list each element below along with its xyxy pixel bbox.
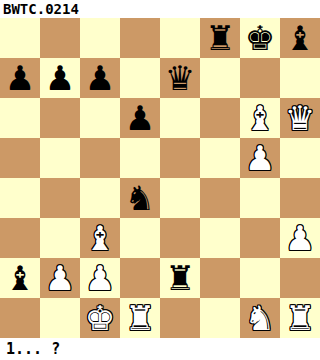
black-bishop-h8[interactable]: ♝ [285,18,315,58]
square-e5[interactable] [160,138,200,178]
square-h1[interactable]: ♜ [280,298,320,338]
square-c6[interactable] [80,98,120,138]
square-g2[interactable] [240,258,280,298]
black-pawn-b7[interactable]: ♟ [45,58,75,98]
square-a4[interactable] [0,178,40,218]
square-f6[interactable] [200,98,240,138]
white-bishop-c3[interactable]: ♝ [85,218,115,258]
white-pawn-h3[interactable]: ♟ [285,218,315,258]
square-c4[interactable] [80,178,120,218]
chess-puzzle-page: BWTC.0214 ♜♚♝♟♟♟♛♟♝♛♟♞♝♟♝♟♟♜♚♜♞♜ 1... ? [0,0,320,360]
square-a8[interactable] [0,18,40,58]
white-rook-h1[interactable]: ♜ [285,298,315,338]
square-b2[interactable]: ♟ [40,258,80,298]
title-bar: BWTC.0214 [0,0,320,18]
move-prompt: 1... ? [0,338,60,360]
white-rook-d1[interactable]: ♜ [125,298,155,338]
square-b5[interactable] [40,138,80,178]
square-e1[interactable] [160,298,200,338]
square-a7[interactable]: ♟ [0,58,40,98]
square-g7[interactable] [240,58,280,98]
square-f1[interactable] [200,298,240,338]
square-b1[interactable] [40,298,80,338]
square-b7[interactable]: ♟ [40,58,80,98]
square-c8[interactable] [80,18,120,58]
chess-board: ♜♚♝♟♟♟♛♟♝♛♟♞♝♟♝♟♟♜♚♜♞♜ [0,18,320,338]
square-d2[interactable] [120,258,160,298]
black-king-g8[interactable]: ♚ [245,18,275,58]
square-e3[interactable] [160,218,200,258]
square-g5[interactable]: ♟ [240,138,280,178]
footer-bar: 1... ? [0,338,320,360]
square-c7[interactable]: ♟ [80,58,120,98]
square-d6[interactable]: ♟ [120,98,160,138]
square-e8[interactable] [160,18,200,58]
square-d1[interactable]: ♜ [120,298,160,338]
square-c1[interactable]: ♚ [80,298,120,338]
square-a1[interactable] [0,298,40,338]
square-h2[interactable] [280,258,320,298]
black-pawn-a7[interactable]: ♟ [5,58,35,98]
black-pawn-d6[interactable]: ♟ [125,98,155,138]
square-c3[interactable]: ♝ [80,218,120,258]
square-f5[interactable] [200,138,240,178]
square-d7[interactable] [120,58,160,98]
white-pawn-g5[interactable]: ♟ [245,138,275,178]
square-g4[interactable] [240,178,280,218]
square-d4[interactable]: ♞ [120,178,160,218]
white-knight-g1[interactable]: ♞ [245,298,275,338]
square-e2[interactable]: ♜ [160,258,200,298]
square-a6[interactable] [0,98,40,138]
square-g3[interactable] [240,218,280,258]
black-queen-e7[interactable]: ♛ [165,58,195,98]
square-c2[interactable]: ♟ [80,258,120,298]
square-f2[interactable] [200,258,240,298]
square-f3[interactable] [200,218,240,258]
white-pawn-c2[interactable]: ♟ [85,258,115,298]
square-h8[interactable]: ♝ [280,18,320,58]
square-d5[interactable] [120,138,160,178]
square-b3[interactable] [40,218,80,258]
square-f7[interactable] [200,58,240,98]
square-b4[interactable] [40,178,80,218]
square-b6[interactable] [40,98,80,138]
white-bishop-g6[interactable]: ♝ [245,98,275,138]
square-f8[interactable]: ♜ [200,18,240,58]
white-king-c1[interactable]: ♚ [85,298,115,338]
square-a5[interactable] [0,138,40,178]
white-queen-h6[interactable]: ♛ [285,98,315,138]
black-rook-f8[interactable]: ♜ [205,18,235,58]
square-d3[interactable] [120,218,160,258]
square-h5[interactable] [280,138,320,178]
square-g8[interactable]: ♚ [240,18,280,58]
black-rook-e2[interactable]: ♜ [165,258,195,298]
square-g6[interactable]: ♝ [240,98,280,138]
square-c5[interactable] [80,138,120,178]
square-h6[interactable]: ♛ [280,98,320,138]
square-e6[interactable] [160,98,200,138]
black-pawn-c7[interactable]: ♟ [85,58,115,98]
puzzle-title: BWTC.0214 [0,0,79,18]
square-e4[interactable] [160,178,200,218]
square-h4[interactable] [280,178,320,218]
square-h3[interactable]: ♟ [280,218,320,258]
square-h7[interactable] [280,58,320,98]
square-b8[interactable] [40,18,80,58]
square-a2[interactable]: ♝ [0,258,40,298]
square-f4[interactable] [200,178,240,218]
black-knight-d4[interactable]: ♞ [125,178,155,218]
white-pawn-b2[interactable]: ♟ [45,258,75,298]
black-bishop-a2[interactable]: ♝ [5,258,35,298]
square-d8[interactable] [120,18,160,58]
square-g1[interactable]: ♞ [240,298,280,338]
square-a3[interactable] [0,218,40,258]
square-e7[interactable]: ♛ [160,58,200,98]
